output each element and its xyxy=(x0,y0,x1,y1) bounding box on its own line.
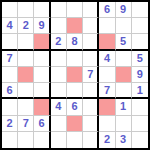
cell-r3c6[interactable] xyxy=(83,34,99,50)
cell-r5c4[interactable] xyxy=(51,67,67,83)
cell-r6c3[interactable] xyxy=(34,83,50,99)
cell-r5c1[interactable] xyxy=(2,67,18,83)
cell-r7c6[interactable] xyxy=(83,99,99,115)
cell-r3c3[interactable] xyxy=(34,34,50,50)
cell-r6c2[interactable] xyxy=(18,83,34,99)
cell-r1c9[interactable] xyxy=(132,2,148,18)
cell-r6c1[interactable]: 6 xyxy=(2,83,18,99)
cell-r4c4[interactable] xyxy=(51,51,67,67)
cell-r2c6[interactable] xyxy=(83,18,99,34)
cell-r2c2[interactable]: 2 xyxy=(18,18,34,34)
cell-r9c2[interactable] xyxy=(18,132,34,148)
cell-r8c3[interactable]: 6 xyxy=(34,116,50,132)
cell-r7c2[interactable] xyxy=(18,99,34,115)
cell-r8c6[interactable] xyxy=(83,116,99,132)
cell-r2c1[interactable]: 4 xyxy=(2,18,18,34)
cell-r7c3[interactable] xyxy=(34,99,50,115)
cell-r3c5[interactable]: 8 xyxy=(67,34,83,50)
cell-r5c5[interactable] xyxy=(67,67,83,83)
cell-r9c9[interactable] xyxy=(132,132,148,148)
cell-r2c9[interactable] xyxy=(132,18,148,34)
cell-r9c7[interactable]: 2 xyxy=(99,132,115,148)
cell-r6c4[interactable] xyxy=(51,83,67,99)
cell-r9c6[interactable] xyxy=(83,132,99,148)
cell-r5c7[interactable] xyxy=(99,67,115,83)
cell-r7c1[interactable] xyxy=(2,99,18,115)
cell-r4c7[interactable]: 4 xyxy=(99,51,115,67)
cell-r8c9[interactable] xyxy=(132,116,148,132)
cell-r5c6[interactable]: 7 xyxy=(83,67,99,83)
cell-r1c5[interactable] xyxy=(67,2,83,18)
cell-r4c2[interactable] xyxy=(18,51,34,67)
cell-r9c8[interactable]: 3 xyxy=(116,132,132,148)
cell-r7c8[interactable]: 1 xyxy=(116,99,132,115)
cell-r5c2[interactable] xyxy=(18,67,34,83)
cell-r7c4[interactable]: 4 xyxy=(51,99,67,115)
cell-r8c1[interactable]: 2 xyxy=(2,116,18,132)
cell-r9c4[interactable] xyxy=(51,132,67,148)
cell-r9c1[interactable] xyxy=(2,132,18,148)
cell-r4c8[interactable] xyxy=(116,51,132,67)
cell-r5c3[interactable] xyxy=(34,67,50,83)
cell-r7c5[interactable]: 6 xyxy=(67,99,83,115)
cell-r4c6[interactable] xyxy=(83,51,99,67)
cell-r6c7[interactable]: 7 xyxy=(99,83,115,99)
cell-r1c7[interactable]: 6 xyxy=(99,2,115,18)
cell-r8c7[interactable] xyxy=(99,116,115,132)
cell-r2c8[interactable] xyxy=(116,18,132,34)
cell-r4c9[interactable]: 5 xyxy=(132,51,148,67)
cell-r3c7[interactable] xyxy=(99,34,115,50)
cell-r3c8[interactable]: 5 xyxy=(116,34,132,50)
cell-r8c5[interactable] xyxy=(67,116,83,132)
cell-r9c3[interactable] xyxy=(34,132,50,148)
cell-r4c1[interactable]: 7 xyxy=(2,51,18,67)
cell-r6c8[interactable] xyxy=(116,83,132,99)
cell-r1c3[interactable] xyxy=(34,2,50,18)
cell-r1c1[interactable] xyxy=(2,2,18,18)
cell-r1c6[interactable] xyxy=(83,2,99,18)
cell-r8c8[interactable] xyxy=(116,116,132,132)
cell-r3c2[interactable] xyxy=(18,34,34,50)
cell-r6c9[interactable]: 1 xyxy=(132,83,148,99)
cell-r1c4[interactable] xyxy=(51,2,67,18)
cell-r3c9[interactable] xyxy=(132,34,148,50)
cell-r6c6[interactable] xyxy=(83,83,99,99)
cell-r8c4[interactable] xyxy=(51,116,67,132)
cell-r1c2[interactable] xyxy=(18,2,34,18)
cell-r7c9[interactable] xyxy=(132,99,148,115)
cell-r4c3[interactable] xyxy=(34,51,50,67)
cell-r9c5[interactable] xyxy=(67,132,83,148)
cell-r3c4[interactable]: 2 xyxy=(51,34,67,50)
cell-r7c7[interactable] xyxy=(99,99,115,115)
cell-r3c1[interactable] xyxy=(2,34,18,50)
cell-r2c5[interactable] xyxy=(67,18,83,34)
cell-r5c9[interactable]: 9 xyxy=(132,67,148,83)
cell-r8c2[interactable]: 7 xyxy=(18,116,34,132)
sudoku-board: 694292857457967146127623 xyxy=(0,0,150,150)
cell-r6c5[interactable] xyxy=(67,83,83,99)
cell-r2c4[interactable] xyxy=(51,18,67,34)
cell-r1c8[interactable]: 9 xyxy=(116,2,132,18)
cell-r2c7[interactable] xyxy=(99,18,115,34)
cell-r2c3[interactable]: 9 xyxy=(34,18,50,34)
cell-r5c8[interactable] xyxy=(116,67,132,83)
cell-r4c5[interactable] xyxy=(67,51,83,67)
